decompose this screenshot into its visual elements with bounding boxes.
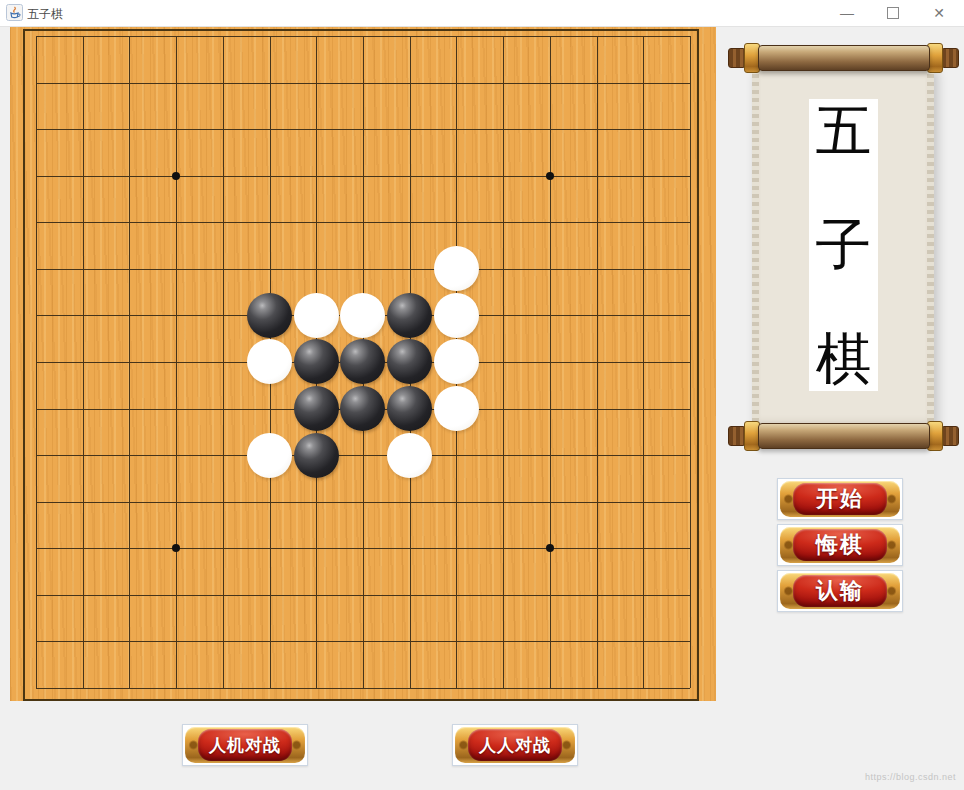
scroll-bar [758,423,930,449]
stone-black [294,339,339,384]
app-window: 五子棋 — ✕ 五 子 棋 [0,0,964,790]
scroll-roller-top [728,42,958,74]
stone-black [294,433,339,478]
star-point [172,172,180,180]
scroll-knob [941,426,959,446]
stone-white [247,433,292,478]
human-vs-human-button[interactable]: 人人对战 [452,724,578,766]
grid-line-vertical [597,36,598,688]
stone-white [434,246,479,291]
grid-line-horizontal [36,455,690,456]
maximize-button[interactable] [872,0,914,25]
maximize-icon [887,7,899,19]
start-button[interactable]: 开始 [777,478,903,520]
grid-line-horizontal [36,548,690,549]
grid-line-vertical [550,36,551,688]
stone-black [387,293,432,338]
stone-white [387,433,432,478]
stone-black [247,293,292,338]
stone-white [434,386,479,431]
grid-line-vertical [503,36,504,688]
scroll-paper-edge [927,66,934,428]
scroll-bar [758,45,930,71]
grid-line-horizontal [36,502,690,503]
titlebar: 五子棋 — ✕ [0,0,964,27]
scroll-roller-bottom [728,420,958,452]
close-button[interactable]: ✕ [918,0,960,25]
scroll-char: 五 [816,103,872,159]
scroll-paper: 五 子 棋 [752,66,934,428]
resign-button-label: 认输 [778,571,902,611]
goban[interactable] [10,27,716,701]
window-title: 五子棋 [27,6,63,23]
start-button-label: 开始 [778,479,902,519]
title-scroll: 五 子 棋 [728,42,958,452]
human-vs-computer-button[interactable]: 人机对战 [182,724,308,766]
stone-white [294,293,339,338]
resign-button[interactable]: 认输 [777,570,903,612]
stone-white [434,293,479,338]
scroll-knob [941,48,959,68]
watermark: https://blog.csdn.net [865,772,956,782]
grid-line-horizontal [36,688,690,689]
human-vs-human-label: 人人对战 [453,725,577,765]
minimize-button[interactable]: — [826,0,868,25]
grid-line-vertical [690,36,691,688]
scroll-paper-edge [752,66,759,428]
grid-line-vertical [643,36,644,688]
undo-button-label: 悔棋 [778,525,902,565]
undo-button[interactable]: 悔棋 [777,524,903,566]
scroll-char: 棋 [816,331,872,387]
human-vs-computer-label: 人机对战 [183,725,307,765]
star-point [546,172,554,180]
grid-line-horizontal [36,641,690,642]
scroll-char: 子 [816,217,872,273]
scroll-title: 五 子 棋 [809,99,878,391]
grid-line-horizontal [36,595,690,596]
stone-black [387,386,432,431]
stone-black [294,386,339,431]
java-icon [6,4,23,21]
